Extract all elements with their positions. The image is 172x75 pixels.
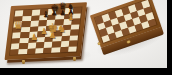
brass-latch-icon <box>126 40 131 44</box>
chess-board-grid <box>9 6 83 55</box>
product-photo: ♚♛♞♝♟♟♟♝♛♟♚♞♟♟ <box>0 0 172 75</box>
board-square <box>68 46 77 52</box>
brass-foot <box>73 57 76 61</box>
brass-foot <box>22 60 25 64</box>
open-chess-board <box>5 2 87 60</box>
photo-backdrop: ♚♛♞♝♟♟♟♝♛♟♚♞♟♟ <box>0 0 167 68</box>
box-square <box>148 18 157 26</box>
folded-chess-box <box>90 0 164 55</box>
